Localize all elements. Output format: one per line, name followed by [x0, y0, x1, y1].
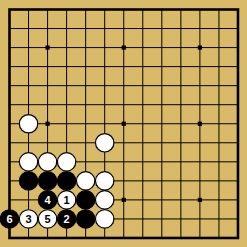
- hoshi-point: [198, 198, 202, 202]
- hoshi-point: [45, 122, 49, 126]
- hoshi-point: [122, 198, 126, 202]
- go-board: 416352: [0, 0, 247, 247]
- move-number-label: 1: [64, 194, 70, 206]
- hoshi-point: [122, 122, 126, 126]
- go-stone-white: [19, 115, 37, 133]
- go-stone-white: [96, 134, 114, 152]
- hoshi-point: [198, 45, 202, 49]
- go-stone-black: [38, 172, 56, 190]
- go-stone-white: [38, 153, 56, 171]
- move-number-label: 4: [45, 194, 52, 206]
- go-stone-white: [96, 172, 114, 190]
- go-diagram: 416352: [0, 0, 247, 247]
- go-stone-white: [96, 191, 114, 209]
- move-number-label: 6: [6, 213, 12, 225]
- go-stone-black: [76, 191, 94, 209]
- go-stone-black: [19, 172, 37, 190]
- hoshi-point: [45, 45, 49, 49]
- go-stone-white: [76, 172, 94, 190]
- go-stone-white: [96, 210, 114, 228]
- move-number-label: 5: [45, 213, 51, 225]
- go-stone-white: [57, 153, 75, 171]
- move-number-label: 3: [25, 213, 31, 225]
- go-stone-black: [57, 172, 75, 190]
- go-stone-black: [76, 210, 94, 228]
- hoshi-point: [198, 122, 202, 126]
- hoshi-point: [122, 45, 126, 49]
- go-stone-white: [19, 153, 37, 171]
- move-number-label: 2: [64, 213, 70, 225]
